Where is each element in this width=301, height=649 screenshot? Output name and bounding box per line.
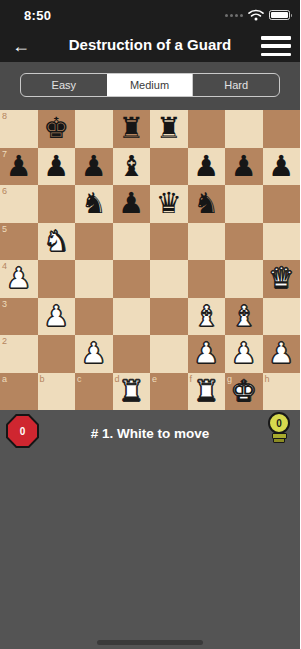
piece-white-bishop[interactable]: ♝ — [188, 298, 226, 336]
piece-white-rook[interactable]: ♜ — [113, 373, 151, 411]
fail-count: 0 — [20, 426, 26, 437]
square-b8[interactable]: ♚ — [38, 110, 76, 148]
cellular-signal-icon — [225, 14, 243, 17]
square-a8[interactable]: 8 — [0, 110, 38, 148]
square-b6[interactable] — [38, 185, 76, 223]
square-d4[interactable] — [113, 260, 151, 298]
square-h1[interactable]: h — [263, 373, 301, 411]
file-label-b: b — [40, 374, 45, 384]
square-e5[interactable] — [150, 223, 188, 261]
square-f7[interactable]: ♟ — [188, 148, 226, 186]
hint-count: 0 — [276, 418, 282, 429]
difficulty-tab-bar: Easy Medium Hard — [0, 62, 300, 110]
square-h2[interactable]: ♟ — [263, 335, 301, 373]
piece-black-pawn[interactable]: ♟ — [38, 148, 76, 186]
square-c8[interactable] — [75, 110, 113, 148]
square-h3[interactable] — [263, 298, 301, 336]
caption-bar: 0 # 1. White to move 0 — [0, 410, 300, 462]
rank-label-3: 3 — [2, 299, 7, 309]
square-b7[interactable]: ♟ — [38, 148, 76, 186]
square-g5[interactable] — [225, 223, 263, 261]
rank-label-5: 5 — [2, 224, 7, 234]
piece-white-pawn[interactable]: ♟ — [75, 335, 113, 373]
puzzle-caption: # 1. White to move — [40, 410, 260, 456]
square-c2[interactable]: ♟ — [75, 335, 113, 373]
file-label-e: e — [152, 374, 157, 384]
square-e4[interactable] — [150, 260, 188, 298]
tab-medium[interactable]: Medium — [107, 74, 193, 96]
square-e1[interactable]: e — [150, 373, 188, 411]
piece-white-king[interactable]: ♚ — [225, 373, 263, 411]
nav-header: ← Destruction of a Guard — [0, 30, 300, 62]
piece-black-pawn[interactable]: ♟ — [263, 148, 301, 186]
square-g2[interactable]: ♟ — [225, 335, 263, 373]
square-a6[interactable]: 6 — [0, 185, 38, 223]
piece-white-pawn[interactable]: ♟ — [0, 260, 38, 298]
piece-black-pawn[interactable]: ♟ — [0, 148, 38, 186]
app-screen: 8:50 ← Destruction of a Guard Easy Mediu… — [0, 0, 300, 649]
square-f4[interactable] — [188, 260, 226, 298]
square-f2[interactable]: ♟ — [188, 335, 226, 373]
square-f3[interactable]: ♝ — [188, 298, 226, 336]
square-a1[interactable]: a — [0, 373, 38, 411]
hint-lightbulb-icon[interactable]: 0 — [266, 412, 292, 452]
piece-black-pawn[interactable]: ♟ — [225, 148, 263, 186]
piece-white-bishop[interactable]: ♝ — [225, 298, 263, 336]
square-c4[interactable] — [75, 260, 113, 298]
status-bar: 8:50 — [0, 0, 300, 30]
square-d2[interactable] — [113, 335, 151, 373]
piece-white-pawn[interactable]: ♟ — [38, 298, 76, 336]
square-a3[interactable]: 3 — [0, 298, 38, 336]
fail-counter-stop-icon[interactable]: 0 — [6, 414, 39, 448]
rank-label-8: 8 — [2, 111, 7, 121]
piece-black-rook[interactable]: ♜ — [150, 110, 188, 148]
piece-black-knight[interactable]: ♞ — [75, 185, 113, 223]
square-c6[interactable]: ♞ — [75, 185, 113, 223]
piece-black-rook[interactable]: ♜ — [113, 110, 151, 148]
piece-white-rook[interactable]: ♜ — [188, 373, 226, 411]
square-d8[interactable]: ♜ — [113, 110, 151, 148]
square-a2[interactable]: 2 — [0, 335, 38, 373]
piece-black-pawn[interactable]: ♟ — [188, 148, 226, 186]
rank-label-2: 2 — [2, 336, 7, 346]
piece-white-pawn[interactable]: ♟ — [188, 335, 226, 373]
square-h7[interactable]: ♟ — [263, 148, 301, 186]
square-a5[interactable]: 5 — [0, 223, 38, 261]
square-f6[interactable]: ♞ — [188, 185, 226, 223]
clock-time: 8:50 — [24, 8, 51, 23]
piece-black-knight[interactable]: ♞ — [188, 185, 226, 223]
square-b4[interactable] — [38, 260, 76, 298]
square-e6[interactable]: ♛ — [150, 185, 188, 223]
square-f8[interactable] — [188, 110, 226, 148]
square-e3[interactable] — [150, 298, 188, 336]
home-indicator[interactable] — [97, 640, 203, 645]
rank-label-6: 6 — [2, 186, 7, 196]
tab-easy[interactable]: Easy — [21, 74, 107, 96]
battery-icon — [269, 10, 290, 20]
square-d3[interactable] — [113, 298, 151, 336]
piece-black-bishop[interactable]: ♝ — [113, 148, 151, 186]
file-label-a: a — [2, 374, 7, 384]
square-e8[interactable]: ♜ — [150, 110, 188, 148]
square-e7[interactable] — [150, 148, 188, 186]
back-arrow-icon[interactable]: ← — [12, 33, 30, 59]
page-title: Destruction of a Guard — [40, 30, 260, 62]
square-b1[interactable]: b — [38, 373, 76, 411]
square-c7[interactable]: ♟ — [75, 148, 113, 186]
square-c1[interactable]: c — [75, 373, 113, 411]
square-h6[interactable] — [263, 185, 301, 223]
file-label-h: h — [265, 374, 270, 384]
square-c5[interactable] — [75, 223, 113, 261]
file-label-c: c — [77, 374, 82, 384]
tab-hard[interactable]: Hard — [192, 74, 279, 96]
square-h4[interactable]: ♛ — [263, 260, 301, 298]
square-b5[interactable]: ♞ — [38, 223, 76, 261]
square-h8[interactable] — [263, 110, 301, 148]
piece-white-pawn[interactable]: ♟ — [225, 335, 263, 373]
piece-white-queen[interactable]: ♛ — [263, 260, 301, 298]
chess-board: 8♚♜♜7♟♟♟♝♟♟♟6♞♟♛♞5♞4♟♛3♟♝♝2♟♟♟♟abcd♜ef♜g… — [0, 110, 300, 410]
square-f1[interactable]: f♜ — [188, 373, 226, 411]
square-g8[interactable] — [225, 110, 263, 148]
square-f5[interactable] — [188, 223, 226, 261]
square-d7[interactable]: ♝ — [113, 148, 151, 186]
square-g6[interactable] — [225, 185, 263, 223]
square-b3[interactable]: ♟ — [38, 298, 76, 336]
square-a7[interactable]: 7♟ — [0, 148, 38, 186]
square-g1[interactable]: g♚ — [225, 373, 263, 411]
piece-black-pawn[interactable]: ♟ — [75, 148, 113, 186]
piece-black-queen[interactable]: ♛ — [150, 185, 188, 223]
square-g7[interactable]: ♟ — [225, 148, 263, 186]
hamburger-menu-icon[interactable] — [261, 35, 291, 57]
square-a4[interactable]: 4♟ — [0, 260, 38, 298]
square-g4[interactable] — [225, 260, 263, 298]
square-d1[interactable]: d♜ — [113, 373, 151, 411]
square-b2[interactable] — [38, 335, 76, 373]
square-e2[interactable] — [150, 335, 188, 373]
square-d5[interactable] — [113, 223, 151, 261]
square-g3[interactable]: ♝ — [225, 298, 263, 336]
piece-white-pawn[interactable]: ♟ — [263, 335, 301, 373]
piece-white-knight[interactable]: ♞ — [38, 223, 76, 261]
square-d6[interactable]: ♟ — [113, 185, 151, 223]
wifi-icon — [248, 9, 264, 21]
piece-black-king[interactable]: ♚ — [38, 110, 76, 148]
piece-black-pawn[interactable]: ♟ — [113, 185, 151, 223]
square-h5[interactable] — [263, 223, 301, 261]
difficulty-segmented-control: Easy Medium Hard — [20, 73, 280, 97]
square-c3[interactable] — [75, 298, 113, 336]
